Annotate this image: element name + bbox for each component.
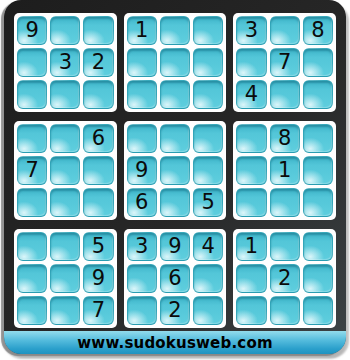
- cell-r2c4[interactable]: [127, 48, 157, 77]
- cell-r1c7[interactable]: 3: [236, 16, 266, 45]
- cell-r7c4[interactable]: 3: [127, 232, 157, 261]
- cell-r7c2[interactable]: [50, 232, 80, 261]
- cell-r5c1[interactable]: 7: [17, 156, 47, 185]
- cell-r8c6[interactable]: [193, 264, 223, 293]
- cell-r3c7[interactable]: 4: [236, 80, 266, 109]
- cell-r9c4[interactable]: [127, 296, 157, 325]
- cell-r1c3[interactable]: [83, 16, 113, 45]
- cell-r4c2[interactable]: [50, 124, 80, 153]
- cell-r1c1[interactable]: 9: [17, 16, 47, 45]
- cell-r3c1[interactable]: [17, 80, 47, 109]
- cell-r2c8[interactable]: 7: [270, 48, 300, 77]
- sudoku-board-regions: 9321387467965815973946212: [4, 0, 346, 331]
- cell-r7c8[interactable]: [270, 232, 300, 261]
- cell-r2c3[interactable]: 2: [83, 48, 113, 77]
- cell-r5c8[interactable]: 1: [270, 156, 300, 185]
- cell-r9c7[interactable]: [236, 296, 266, 325]
- cell-r5c4[interactable]: 9: [127, 156, 157, 185]
- cell-r9c1[interactable]: [17, 296, 47, 325]
- region-3-3: 12: [233, 229, 336, 328]
- cell-r6c9[interactable]: [303, 188, 333, 217]
- cell-r7c9[interactable]: [303, 232, 333, 261]
- sudoku-board: 9321387467965815973946212 www.sudokusweb…: [4, 0, 346, 354]
- cell-r6c8[interactable]: [270, 188, 300, 217]
- cell-r6c1[interactable]: [17, 188, 47, 217]
- cell-r2c1[interactable]: [17, 48, 47, 77]
- cell-r4c9[interactable]: [303, 124, 333, 153]
- region-1-1: 932: [14, 13, 117, 112]
- cell-r5c5[interactable]: [160, 156, 190, 185]
- cell-r1c9[interactable]: 8: [303, 16, 333, 45]
- cell-r8c5[interactable]: 6: [160, 264, 190, 293]
- cell-r7c5[interactable]: 9: [160, 232, 190, 261]
- cell-r2c7[interactable]: [236, 48, 266, 77]
- cell-r6c4[interactable]: 6: [127, 188, 157, 217]
- cell-r9c5[interactable]: 2: [160, 296, 190, 325]
- cell-r2c6[interactable]: [193, 48, 223, 77]
- cell-r6c2[interactable]: [50, 188, 80, 217]
- cell-r5c7[interactable]: [236, 156, 266, 185]
- cell-r8c1[interactable]: [17, 264, 47, 293]
- cell-r8c8[interactable]: 2: [270, 264, 300, 293]
- cell-r3c8[interactable]: [270, 80, 300, 109]
- cell-r8c2[interactable]: [50, 264, 80, 293]
- region-2-3: 81: [233, 121, 336, 220]
- cell-r5c6[interactable]: [193, 156, 223, 185]
- cell-r8c4[interactable]: [127, 264, 157, 293]
- region-2-1: 67: [14, 121, 117, 220]
- cell-r5c9[interactable]: [303, 156, 333, 185]
- cell-r1c8[interactable]: [270, 16, 300, 45]
- cell-r1c4[interactable]: 1: [127, 16, 157, 45]
- cell-r7c1[interactable]: [17, 232, 47, 261]
- cell-r3c3[interactable]: [83, 80, 113, 109]
- sudoku-widget: 9321387467965815973946212 www.sudokusweb…: [0, 0, 350, 360]
- cell-r9c8[interactable]: [270, 296, 300, 325]
- cell-r9c2[interactable]: [50, 296, 80, 325]
- cell-r9c6[interactable]: [193, 296, 223, 325]
- cell-r9c3[interactable]: 7: [83, 296, 113, 325]
- region-1-3: 3874: [233, 13, 336, 112]
- cell-r4c3[interactable]: 6: [83, 124, 113, 153]
- cell-r4c4[interactable]: [127, 124, 157, 153]
- cell-r8c9[interactable]: [303, 264, 333, 293]
- cell-r7c7[interactable]: 1: [236, 232, 266, 261]
- footer-bar: www.sudokusweb.com: [4, 331, 346, 354]
- cell-r5c2[interactable]: [50, 156, 80, 185]
- cell-r4c6[interactable]: [193, 124, 223, 153]
- cell-r2c2[interactable]: 3: [50, 48, 80, 77]
- cell-r6c6[interactable]: 5: [193, 188, 223, 217]
- cell-r5c3[interactable]: [83, 156, 113, 185]
- footer-url: www.sudokusweb.com: [77, 334, 272, 352]
- region-3-1: 597: [14, 229, 117, 328]
- cell-r3c2[interactable]: [50, 80, 80, 109]
- cell-r7c3[interactable]: 5: [83, 232, 113, 261]
- cell-r7c6[interactable]: 4: [193, 232, 223, 261]
- region-1-2: 1: [124, 13, 227, 112]
- cell-r3c4[interactable]: [127, 80, 157, 109]
- cell-r6c5[interactable]: [160, 188, 190, 217]
- cell-r9c9[interactable]: [303, 296, 333, 325]
- cell-r3c9[interactable]: [303, 80, 333, 109]
- cell-r8c7[interactable]: [236, 264, 266, 293]
- cell-r6c7[interactable]: [236, 188, 266, 217]
- cell-r2c5[interactable]: [160, 48, 190, 77]
- cell-r4c1[interactable]: [17, 124, 47, 153]
- cell-r4c8[interactable]: 8: [270, 124, 300, 153]
- region-2-2: 965: [124, 121, 227, 220]
- cell-r4c7[interactable]: [236, 124, 266, 153]
- cell-r8c3[interactable]: 9: [83, 264, 113, 293]
- cell-r3c6[interactable]: [193, 80, 223, 109]
- region-3-2: 39462: [124, 229, 227, 328]
- cell-r1c6[interactable]: [193, 16, 223, 45]
- cell-r1c5[interactable]: [160, 16, 190, 45]
- cell-r4c5[interactable]: [160, 124, 190, 153]
- cell-r2c9[interactable]: [303, 48, 333, 77]
- cell-r3c5[interactable]: [160, 80, 190, 109]
- cell-r1c2[interactable]: [50, 16, 80, 45]
- cell-r6c3[interactable]: [83, 188, 113, 217]
